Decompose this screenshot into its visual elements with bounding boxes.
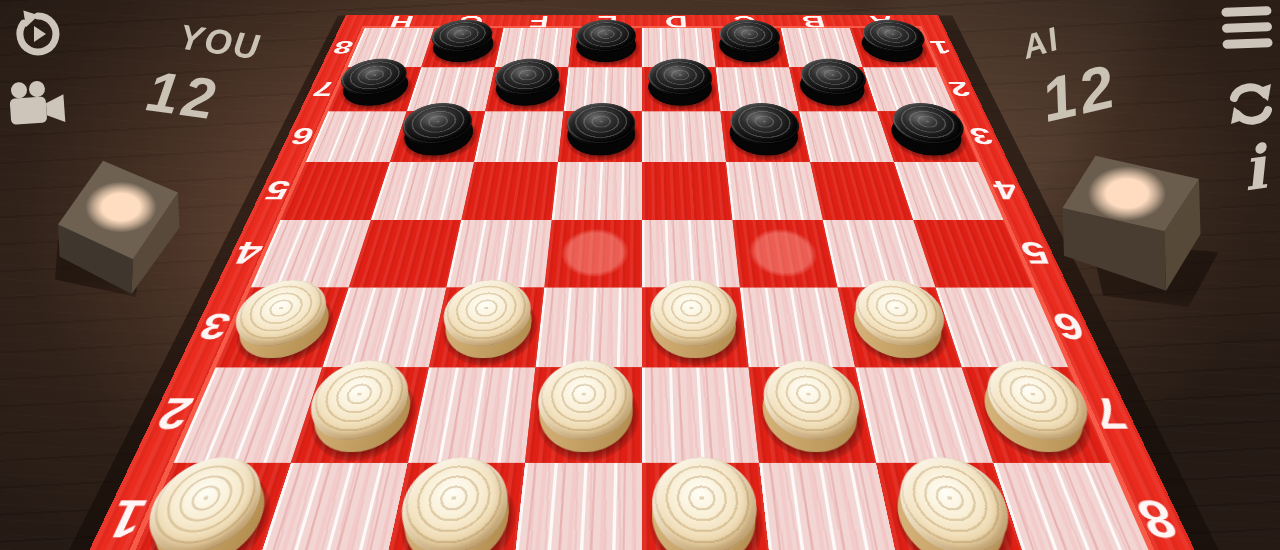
- menu-bar: [1222, 38, 1272, 49]
- square-e5[interactable]: [552, 162, 642, 220]
- square-g8[interactable]: [421, 28, 503, 67]
- sync-icon[interactable]: [1224, 76, 1278, 132]
- black-piece-d7[interactable]: [648, 71, 714, 108]
- square-b7[interactable]: [789, 67, 877, 111]
- black-piece-h7[interactable]: [336, 71, 414, 108]
- black-piece-e8[interactable]: [575, 31, 637, 64]
- black-piece-c6[interactable]: [727, 115, 802, 157]
- square-h7[interactable]: [328, 67, 421, 111]
- white-piece-h1[interactable]: [138, 471, 279, 550]
- square-a5[interactable]: [894, 162, 1004, 220]
- move-highlight-c4[interactable]: [747, 229, 822, 277]
- white-piece-b1[interactable]: [888, 471, 1018, 550]
- square-f4[interactable]: [446, 220, 551, 288]
- square-c5[interactable]: [726, 162, 823, 220]
- square-d5[interactable]: [642, 162, 732, 220]
- square-e6[interactable]: [558, 111, 642, 161]
- square-a6[interactable]: [877, 111, 978, 161]
- square-f6[interactable]: [474, 111, 564, 161]
- square-a8[interactable]: [850, 28, 936, 67]
- file-label-top-B: B: [778, 15, 850, 28]
- black-piece-b7[interactable]: [796, 71, 870, 108]
- square-e1[interactable]: [512, 463, 642, 550]
- square-g6[interactable]: [390, 111, 485, 161]
- white-piece-f1[interactable]: [395, 471, 514, 550]
- table-cube-right: [1058, 150, 1208, 295]
- square-d1[interactable]: [642, 463, 772, 550]
- black-piece-a6[interactable]: [885, 115, 969, 157]
- square-c3[interactable]: [740, 288, 855, 368]
- square-e2[interactable]: [525, 367, 642, 462]
- square-f7[interactable]: [485, 67, 568, 111]
- white-piece-a2[interactable]: [973, 374, 1097, 454]
- black-piece-g8[interactable]: [428, 31, 497, 64]
- square-d4[interactable]: [642, 220, 740, 288]
- white-piece-c2[interactable]: [758, 374, 865, 454]
- square-d6[interactable]: [642, 111, 726, 161]
- square-e3[interactable]: [535, 288, 642, 368]
- move-highlight-e4[interactable]: [559, 229, 628, 277]
- square-a4[interactable]: [913, 220, 1033, 288]
- black-piece-e6[interactable]: [565, 115, 635, 157]
- board-perspective: HGFEDCBA8765432112345678: [346, 15, 938, 550]
- white-piece-b3[interactable]: [847, 294, 951, 361]
- menu-bar: [1221, 6, 1271, 17]
- square-d7[interactable]: [642, 67, 720, 111]
- white-piece-e2[interactable]: [535, 374, 633, 454]
- table-cube-left: [46, 152, 196, 297]
- white-piece-f3[interactable]: [439, 294, 535, 361]
- square-f2[interactable]: [408, 367, 536, 462]
- black-piece-c8[interactable]: [717, 31, 782, 64]
- square-d2[interactable]: [642, 367, 759, 462]
- square-c8[interactable]: [711, 28, 789, 67]
- black-piece-a8[interactable]: [857, 31, 929, 64]
- white-piece-d3[interactable]: [650, 294, 739, 361]
- square-f5[interactable]: [461, 162, 558, 220]
- menu-bar: [1222, 22, 1272, 33]
- white-piece-d1[interactable]: [652, 471, 761, 550]
- black-piece-f7[interactable]: [492, 71, 562, 108]
- file-label-top-D: D: [642, 15, 711, 28]
- square-c6[interactable]: [720, 111, 810, 161]
- white-piece-g2[interactable]: [303, 374, 418, 454]
- square-f3[interactable]: [429, 288, 544, 368]
- file-label-top-H: H: [365, 15, 439, 28]
- square-a1[interactable]: [993, 463, 1161, 550]
- replay-icon[interactable]: [12, 8, 64, 60]
- black-piece-g6[interactable]: [398, 115, 477, 157]
- square-e4[interactable]: [544, 220, 642, 288]
- square-d3[interactable]: [642, 288, 749, 368]
- square-e8[interactable]: [568, 28, 642, 67]
- square-g5[interactable]: [371, 162, 474, 220]
- camera-icon[interactable]: [6, 78, 67, 130]
- white-piece-h3[interactable]: [227, 294, 338, 361]
- game-canvas: HGFEDCBA8765432112345678 YOU 12 AI 12: [0, 0, 1280, 550]
- square-c2[interactable]: [749, 367, 877, 462]
- info-icon[interactable]: i: [1228, 135, 1280, 201]
- file-label-top-F: F: [503, 15, 574, 28]
- square-c4[interactable]: [732, 220, 837, 288]
- menu-icon[interactable]: [1221, 6, 1272, 49]
